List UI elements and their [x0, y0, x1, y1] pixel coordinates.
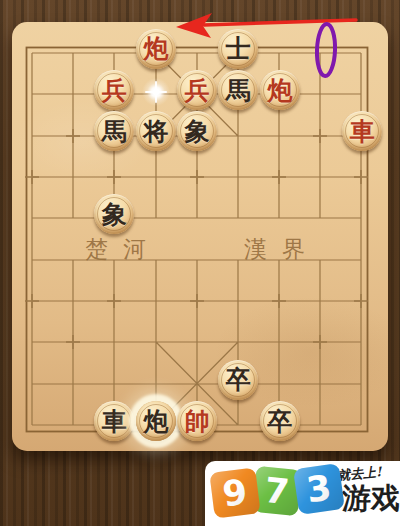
logo-digit-text: 9 [220, 472, 249, 515]
piece-glyph: 将 [143, 119, 168, 144]
piece-black-卒[interactable]: 卒 [218, 360, 258, 400]
piece-glyph: 象 [102, 202, 127, 227]
piece-red-兵[interactable]: 兵 [94, 70, 134, 110]
logo-digit-text: 7 [263, 470, 291, 512]
piece-glyph: 馬 [102, 119, 127, 144]
piece-black-卒[interactable]: 卒 [260, 401, 300, 441]
piece-black-士[interactable]: 士 [218, 29, 258, 69]
app-background: 楚河 漢界 炮士兵兵馬炮馬将象車象卒車炮帥卒 9 7 3 游戏 就去上! [0, 0, 400, 526]
logo-text: 游戏 [342, 484, 400, 513]
logo-digit-3: 3 [293, 463, 345, 515]
piece-glyph: 士 [226, 36, 251, 61]
piece-red-炮[interactable]: 炮 [136, 29, 176, 69]
piece-black-象[interactable]: 象 [177, 111, 217, 151]
piece-glyph: 車 [350, 119, 375, 144]
piece-glyph: 卒 [267, 409, 292, 434]
piece-glyph: 卒 [226, 367, 251, 392]
piece-glyph: 炮 [267, 78, 292, 103]
piece-glyph: 帥 [184, 409, 209, 434]
sparkle-icon [141, 77, 171, 107]
piece-glyph: 車 [102, 409, 127, 434]
piece-glyph: 兵 [184, 78, 209, 103]
pieces-layer: 炮士兵兵馬炮馬将象車象卒車炮帥卒 [11, 32, 383, 446]
logo-digit-text: 3 [304, 468, 334, 511]
piece-glyph: 馬 [226, 78, 251, 103]
piece-glyph: 炮 [143, 36, 168, 61]
piece-red-兵[interactable]: 兵 [177, 70, 217, 110]
piece-black-車[interactable]: 車 [94, 401, 134, 441]
piece-red-帥[interactable]: 帥 [177, 401, 217, 441]
piece-red-車[interactable]: 車 [342, 111, 382, 151]
piece-black-馬[interactable]: 馬 [218, 70, 258, 110]
piece-black-炮[interactable]: 炮 [136, 401, 176, 441]
piece-glyph: 兵 [102, 78, 127, 103]
site-logo: 9 7 3 游戏 就去上! [205, 461, 400, 526]
piece-black-象[interactable]: 象 [94, 194, 134, 234]
piece-black-馬[interactable]: 馬 [94, 111, 134, 151]
piece-black-将[interactable]: 将 [136, 111, 176, 151]
piece-glyph: 炮 [143, 409, 168, 434]
piece-red-炮[interactable]: 炮 [260, 70, 300, 110]
piece-glyph: 象 [184, 119, 209, 144]
logo-digit-9: 9 [209, 467, 260, 518]
